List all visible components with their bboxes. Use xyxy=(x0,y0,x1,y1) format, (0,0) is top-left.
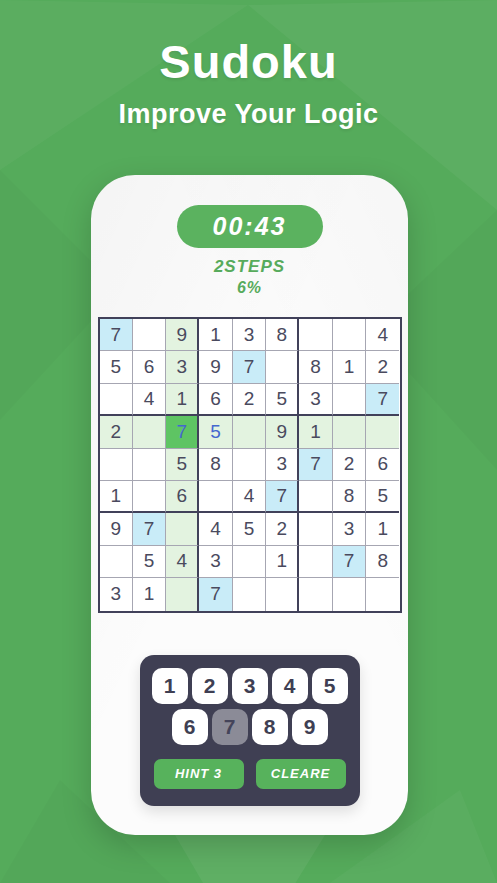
sudoku-cell-r4c3[interactable]: 7 xyxy=(166,416,199,448)
key-7[interactable]: 7 xyxy=(212,709,248,745)
keypad-row-1: 12345 xyxy=(140,668,360,704)
sudoku-cell-r4c2[interactable] xyxy=(133,416,166,448)
sudoku-cell-r1c4[interactable]: 1 xyxy=(199,319,232,351)
sudoku-cell-r5c4[interactable]: 8 xyxy=(199,449,232,481)
key-8[interactable]: 8 xyxy=(252,709,288,745)
key-3[interactable]: 3 xyxy=(232,668,268,704)
timer-badge: 00:43 xyxy=(177,205,323,248)
sudoku-cell-r2c6[interactable] xyxy=(266,351,299,383)
sudoku-cell-r8c8[interactable]: 7 xyxy=(333,546,366,578)
game-card: 00:43 2STEPS 6% 791384563978124162537275… xyxy=(91,175,408,835)
sudoku-cell-r5c7[interactable]: 7 xyxy=(299,449,332,481)
sudoku-cell-r9c8[interactable] xyxy=(333,578,366,610)
keypad-actions: HINT 3 CLEARE xyxy=(140,759,360,789)
sudoku-cell-r5c5[interactable] xyxy=(233,449,266,481)
sudoku-cell-r2c5[interactable]: 7 xyxy=(233,351,266,383)
sudoku-cell-r6c6[interactable]: 7 xyxy=(266,481,299,513)
sudoku-cell-r4c1[interactable]: 2 xyxy=(100,416,133,448)
sudoku-cell-r2c4[interactable]: 9 xyxy=(199,351,232,383)
sudoku-cell-r6c1[interactable]: 1 xyxy=(100,481,133,513)
sudoku-cell-r1c1[interactable]: 7 xyxy=(100,319,133,351)
sudoku-cell-r9c4[interactable]: 7 xyxy=(199,578,232,610)
sudoku-cell-r8c1[interactable] xyxy=(100,546,133,578)
sudoku-cell-r2c7[interactable]: 8 xyxy=(299,351,332,383)
clear-button[interactable]: CLEARE xyxy=(256,759,346,789)
sudoku-cell-r3c9[interactable]: 7 xyxy=(366,384,399,416)
sudoku-cell-r4c4[interactable]: 5 xyxy=(199,416,232,448)
sudoku-cell-r7c8[interactable]: 3 xyxy=(333,513,366,545)
sudoku-cell-r6c7[interactable] xyxy=(299,481,332,513)
progress-percent: 6% xyxy=(91,279,408,297)
sudoku-cell-r9c6[interactable] xyxy=(266,578,299,610)
sudoku-cell-r8c4[interactable]: 3 xyxy=(199,546,232,578)
sudoku-cell-r6c9[interactable]: 5 xyxy=(366,481,399,513)
sudoku-cell-r4c9[interactable] xyxy=(366,416,399,448)
sudoku-cell-r5c1[interactable] xyxy=(100,449,133,481)
sudoku-cell-r3c5[interactable]: 2 xyxy=(233,384,266,416)
sudoku-cell-r2c2[interactable]: 6 xyxy=(133,351,166,383)
sudoku-cell-r3c2[interactable]: 4 xyxy=(133,384,166,416)
sudoku-cell-r1c5[interactable]: 3 xyxy=(233,319,266,351)
sudoku-cell-r8c6[interactable]: 1 xyxy=(266,546,299,578)
sudoku-cell-r3c7[interactable]: 3 xyxy=(299,384,332,416)
sudoku-cell-r1c3[interactable]: 9 xyxy=(166,319,199,351)
sudoku-cell-r5c9[interactable]: 6 xyxy=(366,449,399,481)
sudoku-cell-r8c9[interactable]: 8 xyxy=(366,546,399,578)
sudoku-cell-r5c2[interactable] xyxy=(133,449,166,481)
keypad-panel: 12345 6789 HINT 3 CLEARE xyxy=(140,655,360,806)
sudoku-cell-r9c2[interactable]: 1 xyxy=(133,578,166,610)
sudoku-cell-r2c3[interactable]: 3 xyxy=(166,351,199,383)
sudoku-cell-r3c3[interactable]: 1 xyxy=(166,384,199,416)
sudoku-cell-r4c5[interactable] xyxy=(233,416,266,448)
sudoku-cell-r6c8[interactable]: 8 xyxy=(333,481,366,513)
sudoku-cell-r1c9[interactable]: 4 xyxy=(366,319,399,351)
sudoku-cell-r6c4[interactable] xyxy=(199,481,232,513)
sudoku-cell-r2c9[interactable]: 2 xyxy=(366,351,399,383)
sudoku-cell-r8c3[interactable]: 4 xyxy=(166,546,199,578)
sudoku-cell-r9c3[interactable] xyxy=(166,578,199,610)
key-4[interactable]: 4 xyxy=(272,668,308,704)
sudoku-cell-r7c3[interactable] xyxy=(166,513,199,545)
sudoku-cell-r3c8[interactable] xyxy=(333,384,366,416)
key-6[interactable]: 6 xyxy=(172,709,208,745)
sudoku-cell-r4c6[interactable]: 9 xyxy=(266,416,299,448)
key-5[interactable]: 5 xyxy=(312,668,348,704)
sudoku-cell-r3c4[interactable]: 6 xyxy=(199,384,232,416)
sudoku-cell-r6c3[interactable]: 6 xyxy=(166,481,199,513)
sudoku-cell-r5c8[interactable]: 2 xyxy=(333,449,366,481)
key-1[interactable]: 1 xyxy=(152,668,188,704)
sudoku-cell-r2c8[interactable]: 1 xyxy=(333,351,366,383)
sudoku-cell-r7c7[interactable] xyxy=(299,513,332,545)
sudoku-cell-r9c1[interactable]: 3 xyxy=(100,578,133,610)
sudoku-cell-r9c7[interactable] xyxy=(299,578,332,610)
hint-button[interactable]: HINT 3 xyxy=(154,759,244,789)
sudoku-cell-r1c6[interactable]: 8 xyxy=(266,319,299,351)
keypad-row-2: 6789 xyxy=(140,709,360,745)
sudoku-board: 7913845639781241625372759158372616478597… xyxy=(98,317,402,613)
sudoku-cell-r9c5[interactable] xyxy=(233,578,266,610)
sudoku-cell-r2c1[interactable]: 5 xyxy=(100,351,133,383)
sudoku-cell-r7c4[interactable]: 4 xyxy=(199,513,232,545)
sudoku-cell-r4c7[interactable]: 1 xyxy=(299,416,332,448)
sudoku-cell-r8c5[interactable] xyxy=(233,546,266,578)
sudoku-cell-r8c2[interactable]: 5 xyxy=(133,546,166,578)
timer-value: 00:43 xyxy=(213,212,287,241)
sudoku-cell-r5c3[interactable]: 5 xyxy=(166,449,199,481)
sudoku-cell-r3c6[interactable]: 5 xyxy=(266,384,299,416)
sudoku-cell-r5c6[interactable]: 3 xyxy=(266,449,299,481)
sudoku-cell-r1c2[interactable] xyxy=(133,319,166,351)
sudoku-cell-r4c8[interactable] xyxy=(333,416,366,448)
key-2[interactable]: 2 xyxy=(192,668,228,704)
sudoku-cell-r7c6[interactable]: 2 xyxy=(266,513,299,545)
sudoku-cell-r1c8[interactable] xyxy=(333,319,366,351)
sudoku-cell-r1c7[interactable] xyxy=(299,319,332,351)
app-title: Sudoku xyxy=(0,34,497,89)
sudoku-cell-r8c7[interactable] xyxy=(299,546,332,578)
key-9[interactable]: 9 xyxy=(292,709,328,745)
sudoku-cell-r9c9[interactable] xyxy=(366,578,399,610)
steps-counter: 2STEPS xyxy=(91,257,408,277)
sudoku-cell-r7c9[interactable]: 1 xyxy=(366,513,399,545)
sudoku-cell-r7c5[interactable]: 5 xyxy=(233,513,266,545)
app-subtitle: Improve Your Logic xyxy=(0,99,497,130)
sudoku-cell-r7c1[interactable]: 9 xyxy=(100,513,133,545)
sudoku-cell-r6c2[interactable] xyxy=(133,481,166,513)
sudoku-cell-r7c2[interactable]: 7 xyxy=(133,513,166,545)
sudoku-cell-r6c5[interactable]: 4 xyxy=(233,481,266,513)
sudoku-cell-r3c1[interactable] xyxy=(100,384,133,416)
